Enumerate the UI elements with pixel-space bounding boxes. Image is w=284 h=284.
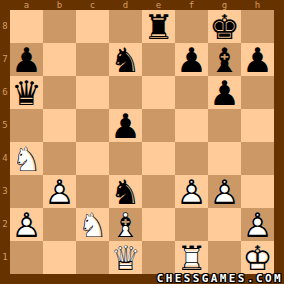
square-a1[interactable] bbox=[10, 241, 43, 274]
white-piece-outline: ♕ bbox=[109, 241, 142, 274]
square-d8[interactable] bbox=[109, 10, 142, 43]
square-d5[interactable]: ♟ bbox=[109, 109, 142, 142]
square-h7[interactable]: ♟ bbox=[241, 43, 274, 76]
square-c3[interactable] bbox=[76, 175, 109, 208]
square-h1[interactable]: ♚♔ bbox=[241, 241, 274, 274]
square-a6[interactable]: ♛ bbox=[10, 76, 43, 109]
square-f6[interactable] bbox=[175, 76, 208, 109]
piece-wB-d2[interactable]: ♝♗ bbox=[109, 208, 142, 241]
white-piece-outline: ♗ bbox=[109, 208, 142, 241]
square-b2[interactable] bbox=[43, 208, 76, 241]
square-f2[interactable] bbox=[175, 208, 208, 241]
square-g6[interactable]: ♟ bbox=[208, 76, 241, 109]
square-g2[interactable] bbox=[208, 208, 241, 241]
square-f7[interactable]: ♟ bbox=[175, 43, 208, 76]
white-piece-outline: ♙ bbox=[175, 175, 208, 208]
piece-bP-g6[interactable]: ♟ bbox=[208, 76, 241, 109]
file-label-h: h bbox=[241, 0, 274, 10]
square-h2[interactable]: ♟♙ bbox=[241, 208, 274, 241]
square-a3[interactable] bbox=[10, 175, 43, 208]
square-a7[interactable]: ♟ bbox=[10, 43, 43, 76]
black-piece-glyph: ♝ bbox=[208, 43, 241, 76]
square-d2[interactable]: ♝♗ bbox=[109, 208, 142, 241]
square-f8[interactable] bbox=[175, 10, 208, 43]
black-piece-glyph: ♞ bbox=[109, 43, 142, 76]
square-g4[interactable] bbox=[208, 142, 241, 175]
rank-label-6: 6 bbox=[0, 76, 10, 109]
square-g8[interactable]: ♚ bbox=[208, 10, 241, 43]
square-a2[interactable]: ♟♙ bbox=[10, 208, 43, 241]
black-piece-glyph: ♚ bbox=[208, 10, 241, 43]
square-h5[interactable] bbox=[241, 109, 274, 142]
square-c7[interactable] bbox=[76, 43, 109, 76]
square-d1[interactable]: ♛♕ bbox=[109, 241, 142, 274]
piece-wQ-d1[interactable]: ♛♕ bbox=[109, 241, 142, 274]
piece-bP-f7[interactable]: ♟ bbox=[175, 43, 208, 76]
square-b6[interactable] bbox=[43, 76, 76, 109]
piece-bN-d3[interactable]: ♞ bbox=[109, 175, 142, 208]
square-b7[interactable] bbox=[43, 43, 76, 76]
piece-wP-g3[interactable]: ♟♙ bbox=[208, 175, 241, 208]
piece-wN-c2[interactable]: ♞♘ bbox=[76, 208, 109, 241]
black-piece-glyph: ♟ bbox=[10, 43, 43, 76]
white-piece-outline: ♔ bbox=[241, 241, 274, 274]
piece-bK-g8[interactable]: ♚ bbox=[208, 10, 241, 43]
black-piece-glyph: ♟ bbox=[109, 109, 142, 142]
rank-label-5: 5 bbox=[0, 109, 10, 142]
square-e6[interactable] bbox=[142, 76, 175, 109]
square-g7[interactable]: ♝ bbox=[208, 43, 241, 76]
piece-wP-b3[interactable]: ♟♙ bbox=[43, 175, 76, 208]
square-e3[interactable] bbox=[142, 175, 175, 208]
square-g3[interactable]: ♟♙ bbox=[208, 175, 241, 208]
square-d3[interactable]: ♞ bbox=[109, 175, 142, 208]
black-piece-glyph: ♛ bbox=[10, 76, 43, 109]
rank-label-8: 8 bbox=[0, 10, 10, 43]
square-b3[interactable]: ♟♙ bbox=[43, 175, 76, 208]
piece-bP-a7[interactable]: ♟ bbox=[10, 43, 43, 76]
piece-wN-a4[interactable]: ♞♘ bbox=[10, 142, 43, 175]
piece-bP-h7[interactable]: ♟ bbox=[241, 43, 274, 76]
square-e4[interactable] bbox=[142, 142, 175, 175]
white-piece-outline: ♙ bbox=[43, 175, 76, 208]
file-label-a: a bbox=[10, 0, 43, 10]
white-piece-outline: ♙ bbox=[208, 175, 241, 208]
piece-bN-d7[interactable]: ♞ bbox=[109, 43, 142, 76]
black-piece-glyph: ♟ bbox=[175, 43, 208, 76]
white-piece-outline: ♙ bbox=[10, 208, 43, 241]
square-g5[interactable] bbox=[208, 109, 241, 142]
square-c8[interactable] bbox=[76, 10, 109, 43]
square-f5[interactable] bbox=[175, 109, 208, 142]
square-d6[interactable] bbox=[109, 76, 142, 109]
rank-label-1: 1 bbox=[0, 241, 10, 274]
white-piece-outline: ♙ bbox=[241, 208, 274, 241]
square-d7[interactable]: ♞ bbox=[109, 43, 142, 76]
square-a5[interactable] bbox=[10, 109, 43, 142]
file-label-f: f bbox=[175, 0, 208, 10]
square-e7[interactable] bbox=[142, 43, 175, 76]
piece-bQ-a6[interactable]: ♛ bbox=[10, 76, 43, 109]
square-b8[interactable] bbox=[43, 10, 76, 43]
chess-board: ♜♚♟♞♟♝♟♛♟♟♞♘♟♙♞♟♙♟♙♟♙♞♘♝♗♟♙♛♕♜♖♚♔ bbox=[10, 10, 274, 274]
file-label-c: c bbox=[76, 0, 109, 10]
piece-bR-e8[interactable]: ♜ bbox=[142, 10, 175, 43]
square-f4[interactable] bbox=[175, 142, 208, 175]
square-c1[interactable] bbox=[76, 241, 109, 274]
square-h6[interactable] bbox=[241, 76, 274, 109]
square-e5[interactable] bbox=[142, 109, 175, 142]
square-e1[interactable] bbox=[142, 241, 175, 274]
piece-wP-a2[interactable]: ♟♙ bbox=[10, 208, 43, 241]
rank-label-4: 4 bbox=[0, 142, 10, 175]
black-piece-glyph: ♜ bbox=[142, 10, 175, 43]
piece-bB-g7[interactable]: ♝ bbox=[208, 43, 241, 76]
chessboard-frame: abcdefgh 87654321 ♜♚♟♞♟♝♟♛♟♟♞♘♟♙♞♟♙♟♙♟♙♞… bbox=[0, 0, 284, 284]
rank-label-2: 2 bbox=[0, 208, 10, 241]
square-a8[interactable] bbox=[10, 10, 43, 43]
square-c2[interactable]: ♞♘ bbox=[76, 208, 109, 241]
file-label-b: b bbox=[43, 0, 76, 10]
square-f1[interactable]: ♜♖ bbox=[175, 241, 208, 274]
square-b4[interactable] bbox=[43, 142, 76, 175]
square-e8[interactable]: ♜ bbox=[142, 10, 175, 43]
piece-wP-h2[interactable]: ♟♙ bbox=[241, 208, 274, 241]
chessgames-watermark: CHESSGAMES.COM bbox=[157, 273, 283, 284]
piece-wK-h1[interactable]: ♚♔ bbox=[241, 241, 274, 274]
square-h4[interactable] bbox=[241, 142, 274, 175]
square-h3[interactable] bbox=[241, 175, 274, 208]
square-f3[interactable]: ♟♙ bbox=[175, 175, 208, 208]
piece-bP-d5[interactable]: ♟ bbox=[109, 109, 142, 142]
piece-wP-f3[interactable]: ♟♙ bbox=[175, 175, 208, 208]
white-piece-outline: ♘ bbox=[10, 142, 43, 175]
file-label-d: d bbox=[109, 0, 142, 10]
rank-label-3: 3 bbox=[0, 175, 10, 208]
white-piece-outline: ♖ bbox=[175, 241, 208, 274]
square-d4[interactable] bbox=[109, 142, 142, 175]
black-piece-glyph: ♟ bbox=[208, 76, 241, 109]
square-b5[interactable] bbox=[43, 109, 76, 142]
square-b1[interactable] bbox=[43, 241, 76, 274]
piece-wR-f1[interactable]: ♜♖ bbox=[175, 241, 208, 274]
black-piece-glyph: ♞ bbox=[109, 175, 142, 208]
square-c6[interactable] bbox=[76, 76, 109, 109]
rank-label-7: 7 bbox=[0, 43, 10, 76]
black-piece-glyph: ♟ bbox=[241, 43, 274, 76]
square-a4[interactable]: ♞♘ bbox=[10, 142, 43, 175]
square-g1[interactable] bbox=[208, 241, 241, 274]
square-c5[interactable] bbox=[76, 109, 109, 142]
square-c4[interactable] bbox=[76, 142, 109, 175]
square-h8[interactable] bbox=[241, 10, 274, 43]
square-e2[interactable] bbox=[142, 208, 175, 241]
white-piece-outline: ♘ bbox=[76, 208, 109, 241]
